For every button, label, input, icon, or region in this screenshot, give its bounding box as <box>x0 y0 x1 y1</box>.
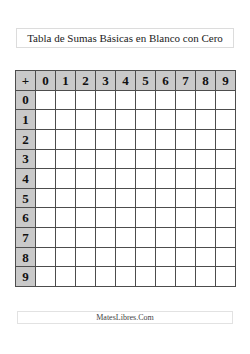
answer-cell <box>176 267 195 286</box>
answer-cell <box>176 228 195 247</box>
answer-cell <box>176 248 195 267</box>
answer-cell <box>136 208 155 227</box>
answer-cell <box>56 248 75 267</box>
answer-cell <box>76 248 95 267</box>
answer-cell <box>136 248 155 267</box>
answer-cell <box>76 208 95 227</box>
answer-cell <box>36 208 55 227</box>
answer-cell <box>76 150 95 169</box>
answer-cell <box>136 110 155 129</box>
answer-cell <box>76 228 95 247</box>
col-header-cell: 9 <box>216 71 235 90</box>
answer-cell <box>76 267 95 286</box>
answer-cell <box>196 169 215 188</box>
answer-cell <box>96 228 115 247</box>
row-header-cell: 5 <box>16 189 35 208</box>
answer-cell <box>216 169 235 188</box>
answer-cell <box>176 150 195 169</box>
answer-cell <box>156 208 175 227</box>
answer-cell <box>196 150 215 169</box>
answer-cell <box>96 267 115 286</box>
answer-cell <box>56 91 75 110</box>
answer-cell <box>36 248 55 267</box>
answer-cell <box>56 228 75 247</box>
answer-cell <box>156 228 175 247</box>
answer-cell <box>216 130 235 149</box>
answer-cell <box>76 189 95 208</box>
answer-cell <box>176 110 195 129</box>
answer-cell <box>176 208 195 227</box>
answer-cell <box>136 169 155 188</box>
answer-cell <box>216 267 235 286</box>
row-header-cell: 7 <box>16 228 35 247</box>
answer-cell <box>196 208 215 227</box>
answer-cell <box>156 189 175 208</box>
answer-cell <box>96 169 115 188</box>
answer-cell <box>176 91 195 110</box>
answer-cell <box>216 91 235 110</box>
row-header-cell: 9 <box>16 267 35 286</box>
answer-cell <box>36 150 55 169</box>
answer-cell <box>56 150 75 169</box>
answer-cell <box>156 150 175 169</box>
answer-cell <box>76 130 95 149</box>
answer-cell <box>156 130 175 149</box>
answer-cell <box>176 169 195 188</box>
answer-cell <box>36 110 55 129</box>
answer-cell <box>136 150 155 169</box>
col-header-cell: 2 <box>76 71 95 90</box>
worksheet-page: Tabla de Sumas Básicas en Blanco con Cer… <box>0 0 250 354</box>
row-header-cell: 4 <box>16 169 35 188</box>
answer-cell <box>116 150 135 169</box>
answer-cell <box>36 189 55 208</box>
answer-cell <box>216 228 235 247</box>
answer-cell <box>196 110 215 129</box>
answer-cell <box>136 267 155 286</box>
col-header-cell: 6 <box>156 71 175 90</box>
answer-cell <box>96 110 115 129</box>
col-header-cell: 3 <box>96 71 115 90</box>
answer-cell <box>136 91 155 110</box>
answer-cell <box>56 130 75 149</box>
answer-cell <box>156 91 175 110</box>
answer-cell <box>116 91 135 110</box>
answer-cell <box>96 189 115 208</box>
row-header-cell: 1 <box>16 110 35 129</box>
answer-cell <box>216 189 235 208</box>
answer-cell <box>136 130 155 149</box>
answer-cell <box>116 130 135 149</box>
answer-cell <box>196 130 215 149</box>
answer-cell <box>116 228 135 247</box>
row-header-cell: 6 <box>16 208 35 227</box>
footer-site-label: MatesLibres.Com <box>96 313 154 322</box>
answer-cell <box>196 189 215 208</box>
answer-cell <box>76 91 95 110</box>
answer-cell <box>196 248 215 267</box>
answer-cell <box>156 110 175 129</box>
answer-cell <box>176 189 195 208</box>
answer-cell <box>196 91 215 110</box>
answer-cell <box>116 169 135 188</box>
row-header-cell: 2 <box>16 130 35 149</box>
answer-cell <box>116 189 135 208</box>
answer-cell <box>36 228 55 247</box>
answer-cell <box>136 189 155 208</box>
answer-cell <box>156 267 175 286</box>
col-header-cell: 1 <box>56 71 75 90</box>
answer-cell <box>96 208 115 227</box>
answer-cell <box>56 267 75 286</box>
answer-cell <box>116 208 135 227</box>
answer-cell <box>156 248 175 267</box>
answer-cell <box>196 267 215 286</box>
operator-cell: + <box>16 71 35 90</box>
answer-cell <box>96 248 115 267</box>
answer-cell <box>116 110 135 129</box>
answer-cell <box>96 91 115 110</box>
addition-grid: +01234567890123456789 <box>15 70 236 287</box>
answer-cell <box>36 267 55 286</box>
answer-cell <box>56 110 75 129</box>
answer-cell <box>216 248 235 267</box>
answer-cell <box>116 248 135 267</box>
worksheet-title-box: Tabla de Sumas Básicas en Blanco con Cer… <box>16 28 234 48</box>
answer-cell <box>216 150 235 169</box>
answer-cell <box>76 110 95 129</box>
answer-cell <box>36 169 55 188</box>
answer-cell <box>56 169 75 188</box>
answer-cell <box>216 110 235 129</box>
col-header-cell: 8 <box>196 71 215 90</box>
answer-cell <box>136 228 155 247</box>
row-header-cell: 0 <box>16 91 35 110</box>
answer-cell <box>176 130 195 149</box>
worksheet-title: Tabla de Sumas Básicas en Blanco con Cer… <box>27 32 223 44</box>
answer-cell <box>56 189 75 208</box>
footer-box: MatesLibres.Com <box>17 311 233 324</box>
answer-cell <box>156 169 175 188</box>
answer-cell <box>36 91 55 110</box>
answer-cell <box>196 228 215 247</box>
answer-cell <box>56 208 75 227</box>
col-header-cell: 0 <box>36 71 55 90</box>
col-header-cell: 7 <box>176 71 195 90</box>
col-header-cell: 5 <box>136 71 155 90</box>
answer-cell <box>216 208 235 227</box>
col-header-cell: 4 <box>116 71 135 90</box>
answer-cell <box>96 150 115 169</box>
answer-cell <box>36 130 55 149</box>
answer-cell <box>96 130 115 149</box>
answer-cell <box>116 267 135 286</box>
row-header-cell: 3 <box>16 150 35 169</box>
row-header-cell: 8 <box>16 248 35 267</box>
answer-cell <box>76 169 95 188</box>
